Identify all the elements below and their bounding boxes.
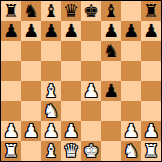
white-pawn[interactable]: ♟: [3, 121, 19, 141]
black-pawn[interactable]: ♟: [103, 81, 119, 101]
white-pawn[interactable]: ♟: [43, 121, 59, 141]
white-pawn[interactable]: ♟: [143, 121, 159, 141]
square-b5[interactable]: [21, 61, 41, 81]
square-c4[interactable]: ♝: [41, 81, 61, 101]
square-c7[interactable]: ♟: [41, 21, 61, 41]
white-pawn[interactable]: ♟: [123, 121, 139, 141]
square-f6[interactable]: ♞: [101, 41, 121, 61]
white-bishop[interactable]: ♝: [43, 141, 59, 161]
square-h3[interactable]: [141, 101, 161, 121]
square-b7[interactable]: ♟: [21, 21, 41, 41]
black-knight[interactable]: ♞: [23, 1, 39, 21]
black-rook[interactable]: ♜: [143, 1, 159, 21]
square-e2[interactable]: [81, 121, 101, 141]
square-a8[interactable]: ♜: [1, 1, 21, 21]
square-a3[interactable]: [1, 101, 21, 121]
white-queen[interactable]: ♛: [63, 141, 79, 161]
black-queen[interactable]: ♛: [63, 1, 79, 21]
black-knight[interactable]: ♞: [103, 41, 119, 61]
square-h7[interactable]: ♟: [141, 21, 161, 41]
square-g7[interactable]: ♟: [121, 21, 141, 41]
square-f4[interactable]: ♟: [101, 81, 121, 101]
square-a5[interactable]: [1, 61, 21, 81]
square-a7[interactable]: ♟: [1, 21, 21, 41]
chess-board: ♜♞♝♛♚♝♜♟♟♟♟♟♟♟♞♝♟♟♞♟♟♟♟♟♟♜♝♛♚♞♜: [0, 0, 162, 162]
square-d8[interactable]: ♛: [61, 1, 81, 21]
black-king[interactable]: ♚: [83, 1, 99, 21]
white-pawn[interactable]: ♟: [83, 81, 99, 101]
white-rook[interactable]: ♜: [143, 141, 159, 161]
square-d7[interactable]: ♟: [61, 21, 81, 41]
square-g8[interactable]: [121, 1, 141, 21]
square-e3[interactable]: [81, 101, 101, 121]
square-e7[interactable]: [81, 21, 101, 41]
square-a6[interactable]: [1, 41, 21, 61]
square-f7[interactable]: ♟: [101, 21, 121, 41]
white-pawn[interactable]: ♟: [63, 121, 79, 141]
black-pawn[interactable]: ♟: [143, 21, 159, 41]
square-c1[interactable]: ♝: [41, 141, 61, 161]
square-g4[interactable]: [121, 81, 141, 101]
square-f2[interactable]: [101, 121, 121, 141]
white-bishop[interactable]: ♝: [43, 81, 59, 101]
black-pawn[interactable]: ♟: [3, 21, 19, 41]
black-pawn[interactable]: ♟: [123, 21, 139, 41]
square-b6[interactable]: [21, 41, 41, 61]
square-d5[interactable]: [61, 61, 81, 81]
square-b3[interactable]: [21, 101, 41, 121]
square-e8[interactable]: ♚: [81, 1, 101, 21]
square-g5[interactable]: [121, 61, 141, 81]
square-b8[interactable]: ♞: [21, 1, 41, 21]
white-knight[interactable]: ♞: [123, 141, 139, 161]
square-b1[interactable]: [21, 141, 41, 161]
square-c5[interactable]: [41, 61, 61, 81]
black-pawn[interactable]: ♟: [23, 21, 39, 41]
square-d3[interactable]: [61, 101, 81, 121]
square-a2[interactable]: ♟: [1, 121, 21, 141]
square-b2[interactable]: ♟: [21, 121, 41, 141]
square-f5[interactable]: [101, 61, 121, 81]
square-d6[interactable]: [61, 41, 81, 61]
white-knight[interactable]: ♞: [43, 101, 59, 121]
square-c8[interactable]: ♝: [41, 1, 61, 21]
square-b4[interactable]: [21, 81, 41, 101]
white-pawn[interactable]: ♟: [23, 121, 39, 141]
square-d1[interactable]: ♛: [61, 141, 81, 161]
square-e5[interactable]: [81, 61, 101, 81]
square-h4[interactable]: [141, 81, 161, 101]
square-g3[interactable]: [121, 101, 141, 121]
square-h1[interactable]: ♜: [141, 141, 161, 161]
square-f3[interactable]: [101, 101, 121, 121]
square-h5[interactable]: [141, 61, 161, 81]
square-d2[interactable]: ♟: [61, 121, 81, 141]
square-f8[interactable]: ♝: [101, 1, 121, 21]
square-e4[interactable]: ♟: [81, 81, 101, 101]
square-c3[interactable]: ♞: [41, 101, 61, 121]
square-c2[interactable]: ♟: [41, 121, 61, 141]
black-pawn[interactable]: ♟: [43, 21, 59, 41]
chess-app: ♜♞♝♛♚♝♜♟♟♟♟♟♟♟♞♝♟♟♞♟♟♟♟♟♟♜♝♛♚♞♜: [0, 0, 162, 162]
white-king[interactable]: ♚: [83, 141, 99, 161]
square-e1[interactable]: ♚: [81, 141, 101, 161]
square-d4[interactable]: [61, 81, 81, 101]
square-e6[interactable]: [81, 41, 101, 61]
square-h6[interactable]: [141, 41, 161, 61]
square-f1[interactable]: [101, 141, 121, 161]
black-pawn[interactable]: ♟: [103, 21, 119, 41]
square-h8[interactable]: ♜: [141, 1, 161, 21]
black-bishop[interactable]: ♝: [103, 1, 119, 21]
square-h2[interactable]: ♟: [141, 121, 161, 141]
square-g6[interactable]: [121, 41, 141, 61]
square-c6[interactable]: [41, 41, 61, 61]
square-g2[interactable]: ♟: [121, 121, 141, 141]
square-g1[interactable]: ♞: [121, 141, 141, 161]
white-rook[interactable]: ♜: [3, 141, 19, 161]
square-a1[interactable]: ♜: [1, 141, 21, 161]
black-rook[interactable]: ♜: [3, 1, 19, 21]
black-bishop[interactable]: ♝: [43, 1, 59, 21]
square-a4[interactable]: [1, 81, 21, 101]
black-pawn[interactable]: ♟: [63, 21, 79, 41]
